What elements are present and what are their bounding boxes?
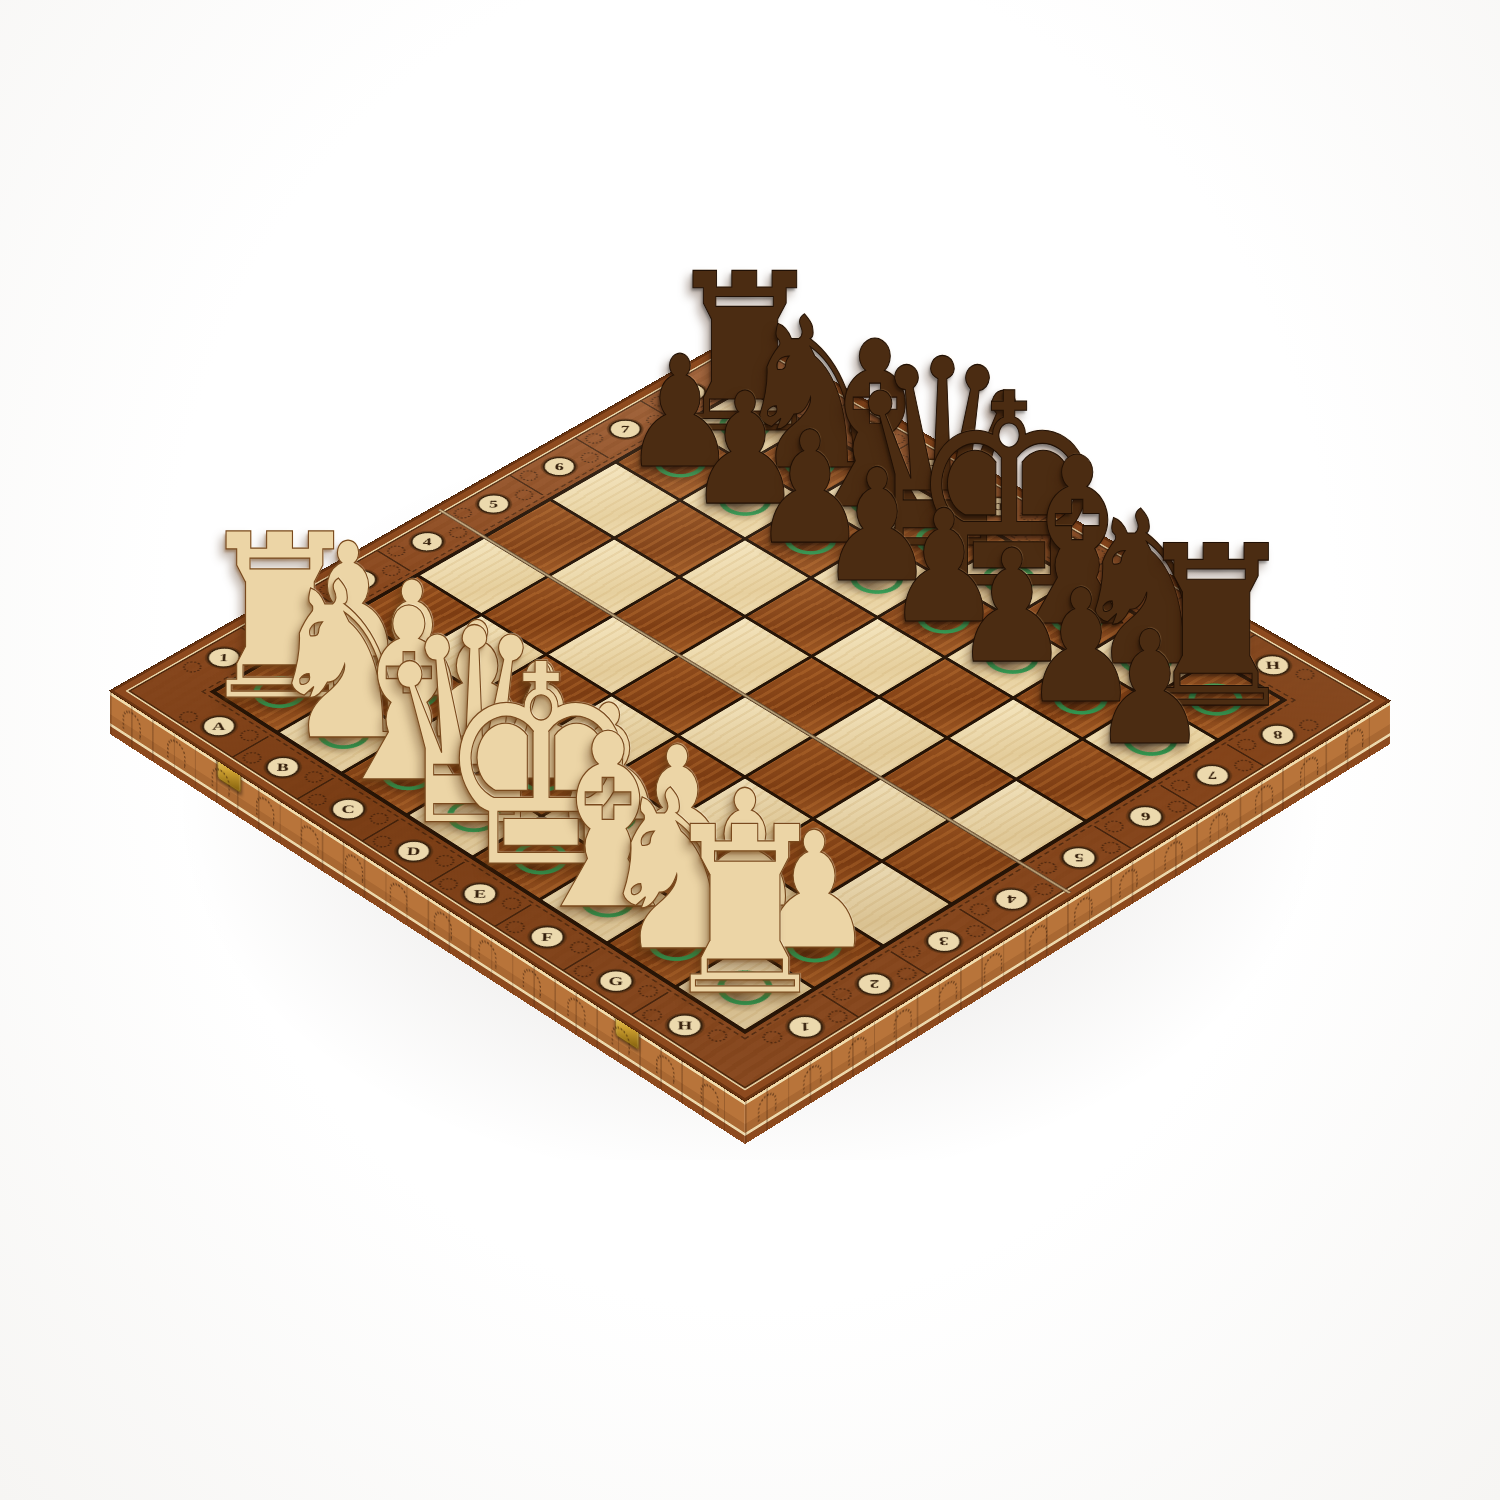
side-ornament-arc [848, 1032, 867, 1066]
side-ornament-arc [984, 948, 1003, 982]
rank-label-5: 5 [479, 495, 509, 512]
side-ornament-arc [1029, 920, 1048, 954]
piece-white-rook-h1[interactable]: ♜ [658, 797, 832, 1029]
side-ornament-arc [345, 850, 363, 884]
side-ornament-arc [301, 821, 319, 855]
side-ornament-arc [1345, 724, 1364, 758]
side-ornament-arc [1164, 836, 1183, 870]
side-ornament-arc [1255, 780, 1274, 814]
rank-label-3: 3 [928, 932, 960, 952]
side-ornament-arc [1119, 864, 1138, 898]
side-ornament-arc [758, 1088, 777, 1122]
side-ornament-arc [893, 1004, 912, 1038]
side-ornament-arc [656, 1051, 674, 1085]
side-ornament-arc [256, 792, 274, 826]
piece-black-pawn-h7[interactable]: ♟ [1091, 610, 1209, 767]
side-ornament-arc [939, 976, 958, 1010]
side-ornament-arc [167, 735, 185, 769]
side-ornament-arc [567, 993, 585, 1027]
pieces-layer: ♜♞♝♛♚♝♞♜♟♟♟♟♟♟♟♟♟♟♟♟♟♟♟♟♜♞♝♛♚♝♞♜ [0, 0, 1500, 1500]
rank-label-4: 4 [996, 890, 1028, 909]
side-ornament-arc [1209, 808, 1228, 842]
side-ornament-arc [803, 1060, 822, 1094]
side-ornament-arc [123, 706, 141, 740]
scene: ABCDEFGH ABCDEFGH 87654321 87654321 ♜♞♝♛… [0, 0, 1500, 1500]
rank-label-5: 5 [1063, 848, 1095, 867]
side-ornament-arc [701, 1079, 719, 1113]
rank-label-6: 6 [545, 458, 575, 475]
side-ornament-arc [1074, 892, 1093, 926]
rank-label-6: 6 [1130, 807, 1162, 826]
side-ornament-arc [1300, 752, 1319, 786]
side-ornament-arc [523, 964, 541, 998]
side-ornament-arc [478, 936, 496, 970]
